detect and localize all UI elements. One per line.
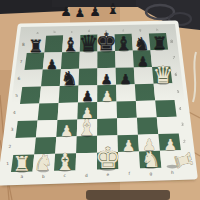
piece-glyph: ♝	[54, 149, 75, 175]
piece-glyph: ♜	[152, 33, 167, 53]
piece-glyph: ♝	[116, 33, 133, 54]
piece-glyph: ♜	[28, 36, 43, 56]
piece-glyph: ♟	[81, 88, 94, 104]
piece-glyph: ♟	[101, 71, 113, 87]
coord-label: 4	[179, 106, 182, 111]
piece-glyph: ♟	[137, 54, 149, 69]
coord-label: 4	[13, 110, 16, 115]
coord-label: 6	[17, 76, 20, 81]
captured-piece-pawn: ♟	[89, 4, 101, 19]
piece-black-rook-h8[interactable]: ♜	[152, 33, 167, 53]
coord-label: 3	[181, 122, 184, 127]
chessboard-photo: ♟♟♟♝aabbccddeeffgghh8877665544332211♜♝♛♚…	[0, 0, 200, 200]
piece-glyph: ♜	[12, 152, 31, 176]
piece-glyph: ♝	[77, 115, 96, 140]
coord-label: 7	[172, 55, 175, 60]
piece-glyph: ♞	[141, 147, 161, 172]
piece-white-bishop-c1[interactable]: ♝	[54, 149, 75, 175]
piece-black-bishop-f8[interactable]: ♝	[116, 33, 133, 54]
piece-glyph: ♟	[164, 136, 178, 154]
piece-white-pawn-h2[interactable]: ♟	[164, 136, 178, 154]
piece-black-rook-a8[interactable]: ♜	[28, 36, 43, 56]
captured-piece-pawn: ♟	[60, 4, 72, 19]
captured-piece-bishop: ♝	[106, 0, 119, 18]
coord-label: 3	[11, 127, 14, 132]
piece-glyph: ♟	[101, 88, 114, 104]
piece-glyph: ♞	[33, 150, 53, 175]
piece-white-rook-a1[interactable]: ♜	[12, 152, 31, 176]
chessboard-photo-svg: ♟♟♟♝aabbccddeeffgghh8877665544332211♜♝♛♚…	[0, 0, 200, 200]
piece-black-pawn-f6[interactable]: ♟	[119, 71, 131, 87]
piece-glyph: ♚	[95, 141, 121, 175]
piece-white-knight-g1[interactable]: ♞	[141, 147, 161, 172]
piece-black-pawn-b7[interactable]: ♟	[46, 57, 58, 72]
coord-label: a	[37, 31, 39, 35]
piece-glyph: ♛	[152, 61, 173, 89]
piece-glyph: ♞	[61, 67, 78, 89]
piece-white-king-e1[interactable]: ♚	[95, 141, 121, 175]
piece-glyph: ♚	[96, 28, 117, 56]
coord-label: b	[54, 30, 56, 34]
piece-black-bishop-c8[interactable]: ♝	[63, 34, 80, 55]
piece-glyph: ♟	[60, 122, 73, 139]
coord-label: 8	[22, 42, 25, 47]
piece-glyph: ♟	[122, 137, 136, 155]
coord-label: d	[85, 173, 88, 178]
piece-glyph: ♝	[63, 34, 80, 55]
coord-label: 2	[183, 139, 186, 144]
piece-white-pawn-e5[interactable]: ♟	[101, 88, 114, 104]
piece-black-pawn-e6[interactable]: ♟	[101, 71, 113, 87]
coord-label: h	[156, 28, 158, 32]
coord-label: 6	[175, 72, 178, 77]
piece-glyph: ♞	[134, 33, 150, 54]
piece-white-knight-b1[interactable]: ♞	[33, 150, 53, 175]
piece-black-king-e8[interactable]: ♚	[96, 28, 117, 56]
captured-piece-pawn: ♟	[75, 6, 86, 20]
piece-white-pawn-c3[interactable]: ♟	[60, 122, 73, 139]
piece-black-pawn-g7[interactable]: ♟	[137, 54, 149, 69]
coord-label: 7	[20, 59, 23, 64]
piece-glyph: ♟	[119, 71, 131, 87]
coord-label: 2	[8, 144, 11, 149]
piece-glyph: ♟	[46, 57, 58, 72]
piece-black-pawn-d5[interactable]: ♟	[81, 88, 94, 104]
coord-label: h	[171, 170, 174, 175]
piece-black-knight-g8[interactable]: ♞	[134, 33, 150, 54]
coord-label: 1	[6, 161, 9, 166]
coord-label: 5	[15, 93, 18, 98]
coord-label: 5	[177, 89, 180, 94]
piece-white-bishop-d3[interactable]: ♝	[77, 115, 96, 140]
coord-label: 8	[170, 39, 173, 44]
piece-white-pawn-f2[interactable]: ♟	[122, 137, 136, 155]
piece-black-knight-c6[interactable]: ♞	[61, 67, 78, 89]
table-edge-object	[86, 190, 170, 200]
piece-white-queen-h6[interactable]: ♛	[152, 61, 173, 89]
